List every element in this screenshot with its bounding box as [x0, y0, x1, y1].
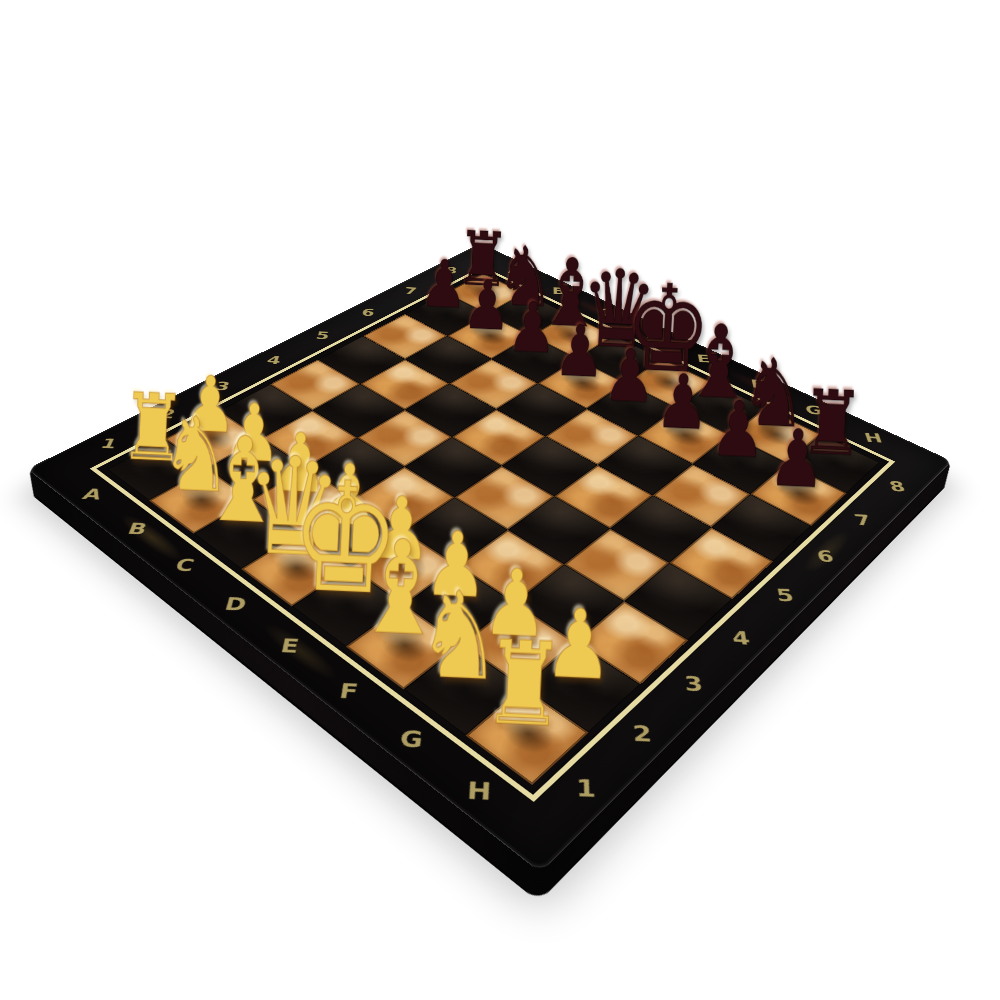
- photo-canvas: ABCDEFGH ABCDEFGH 87654321 87654321 ♜♞♝♛…: [0, 0, 1000, 1000]
- coordinate-label-5: 5: [774, 585, 795, 606]
- coordinate-label-f: F: [749, 377, 765, 390]
- coordinate-label-b: B: [125, 520, 150, 539]
- coordinate-label-7: 7: [404, 285, 418, 296]
- coordinate-label-7: 7: [852, 511, 873, 529]
- coordinate-label-4: 4: [265, 354, 283, 367]
- chess-board: ABCDEFGH ABCDEFGH 87654321 87654321 ♜♞♝♛…: [27, 244, 952, 873]
- coordinate-label-3: 3: [683, 672, 704, 696]
- coordinate-label-6: 6: [815, 547, 836, 566]
- coordinate-label-c: C: [598, 307, 612, 319]
- coordinate-label-e: E: [279, 635, 302, 658]
- playing-field: ♜♞♝♛♚♝♞♜♟♟♟♟♟♟♟♟♟♟♟♟♟♟♟♟♜♞♝♛♚♝♞♜: [90, 266, 895, 802]
- coordinate-label-6: 6: [360, 307, 375, 319]
- coordinate-label-c: C: [173, 556, 197, 576]
- coordinate-label-8: 8: [444, 265, 457, 275]
- black-pawn-h7: ♟: [715, 419, 880, 499]
- coordinate-label-1: 1: [575, 775, 596, 804]
- coordinate-label-e: E: [696, 353, 711, 366]
- coordinate-label-2: 2: [631, 721, 652, 747]
- camera-roll: ABCDEFGH ABCDEFGH 87654321 87654321 ♜♞♝♛…: [0, 0, 1000, 1000]
- coordinate-label-a: A: [80, 486, 105, 504]
- coordinate-label-4: 4: [730, 627, 751, 649]
- coordinate-label-d: D: [222, 594, 249, 616]
- coordinate-label-8: 8: [887, 478, 908, 495]
- board-surface: ABCDEFGH ABCDEFGH 87654321 87654321 ♜♞♝♛…: [27, 244, 952, 873]
- white-rook-h1: ♜: [420, 627, 628, 742]
- coordinate-label-h: H: [466, 777, 492, 806]
- coordinate-label-5: 5: [314, 329, 330, 341]
- coordinate-label-f: F: [337, 679, 359, 704]
- coordinate-label-b: B: [552, 286, 566, 297]
- coordinate-label-a: A: [508, 265, 522, 276]
- board-grid: ♜♞♝♛♚♝♞♜♟♟♟♟♟♟♟♟♟♟♟♟♟♟♟♟♜♞♝♛♚♝♞♜: [107, 273, 878, 783]
- coordinate-label-d: D: [645, 329, 662, 341]
- square-e5: [502, 436, 598, 496]
